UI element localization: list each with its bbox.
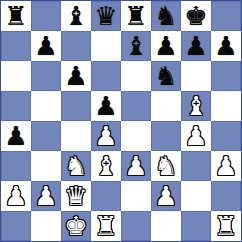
square-b3[interactable] xyxy=(31,151,61,181)
black-pawn-icon: ♟ xyxy=(64,61,87,91)
square-a2[interactable]: ♟ xyxy=(1,181,31,211)
square-g1[interactable] xyxy=(181,211,211,241)
black-pawn-icon: ♟ xyxy=(184,31,207,61)
square-e8[interactable]: ♜ xyxy=(121,1,151,31)
square-a8[interactable]: ♜ xyxy=(1,1,31,31)
square-e2[interactable] xyxy=(121,181,151,211)
square-d3[interactable]: ♝ xyxy=(91,151,121,181)
square-c2[interactable]: ♛ xyxy=(61,181,91,211)
square-b4[interactable] xyxy=(31,121,61,151)
white-knight-icon: ♞ xyxy=(154,151,177,181)
white-king-icon: ♚ xyxy=(64,211,87,241)
square-f1[interactable] xyxy=(151,211,181,241)
square-h7[interactable]: ♟ xyxy=(211,31,241,61)
square-c6[interactable]: ♟ xyxy=(61,61,91,91)
square-e6[interactable] xyxy=(121,61,151,91)
square-a3[interactable] xyxy=(1,151,31,181)
white-pawn-icon: ♟ xyxy=(184,121,207,151)
square-a6[interactable] xyxy=(1,61,31,91)
square-h8[interactable] xyxy=(211,1,241,31)
white-pawn-icon: ♟ xyxy=(124,151,147,181)
square-e4[interactable] xyxy=(121,121,151,151)
square-h3[interactable]: ♟ xyxy=(211,151,241,181)
square-f5[interactable] xyxy=(151,91,181,121)
square-g2[interactable] xyxy=(181,181,211,211)
square-g7[interactable]: ♟ xyxy=(181,31,211,61)
square-e7[interactable]: ♝ xyxy=(121,31,151,61)
white-pawn-icon: ♟ xyxy=(154,181,177,211)
square-h2[interactable] xyxy=(211,181,241,211)
square-c5[interactable] xyxy=(61,91,91,121)
square-g4[interactable]: ♟ xyxy=(181,121,211,151)
square-a7[interactable] xyxy=(1,31,31,61)
square-b7[interactable]: ♟ xyxy=(31,31,61,61)
square-c8[interactable]: ♝ xyxy=(61,1,91,31)
white-bishop-icon: ♝ xyxy=(184,91,207,121)
square-g8[interactable]: ♚ xyxy=(181,1,211,31)
black-bishop-icon: ♝ xyxy=(124,31,147,61)
white-pawn-icon: ♟ xyxy=(94,121,117,151)
white-bishop-icon: ♝ xyxy=(94,151,117,181)
square-b8[interactable] xyxy=(31,1,61,31)
black-bishop-icon: ♝ xyxy=(64,1,87,31)
square-a4[interactable]: ♟ xyxy=(1,121,31,151)
chess-board-container: ♜♝♛♜♞♚♟♝♟♟♟♟♞♟♝♟♟♟♞♝♟♞♟♟♟♛♟♚♜♜ xyxy=(0,0,242,242)
chess-board: ♜♝♛♜♞♚♟♝♟♟♟♟♞♟♝♟♟♟♞♝♟♞♟♟♟♛♟♚♜♜ xyxy=(0,0,242,242)
square-c3[interactable]: ♞ xyxy=(61,151,91,181)
black-pawn-icon: ♟ xyxy=(4,121,27,151)
square-h5[interactable] xyxy=(211,91,241,121)
square-b1[interactable] xyxy=(31,211,61,241)
white-pawn-icon: ♟ xyxy=(34,181,57,211)
white-queen-icon: ♛ xyxy=(64,181,87,211)
square-d5[interactable]: ♟ xyxy=(91,91,121,121)
square-d6[interactable] xyxy=(91,61,121,91)
square-e5[interactable] xyxy=(121,91,151,121)
white-knight-icon: ♞ xyxy=(64,151,87,181)
square-d8[interactable]: ♛ xyxy=(91,1,121,31)
black-knight-icon: ♞ xyxy=(154,1,177,31)
square-g5[interactable]: ♝ xyxy=(181,91,211,121)
square-b2[interactable]: ♟ xyxy=(31,181,61,211)
square-d7[interactable] xyxy=(91,31,121,61)
black-queen-icon: ♛ xyxy=(94,1,117,31)
square-f6[interactable]: ♞ xyxy=(151,61,181,91)
square-f8[interactable]: ♞ xyxy=(151,1,181,31)
square-d4[interactable]: ♟ xyxy=(91,121,121,151)
square-c7[interactable] xyxy=(61,31,91,61)
square-e1[interactable] xyxy=(121,211,151,241)
square-f4[interactable] xyxy=(151,121,181,151)
black-pawn-icon: ♟ xyxy=(94,91,117,121)
square-b5[interactable] xyxy=(31,91,61,121)
white-pawn-icon: ♟ xyxy=(4,181,27,211)
square-h1[interactable]: ♜ xyxy=(211,211,241,241)
black-king-icon: ♚ xyxy=(184,1,207,31)
white-pawn-icon: ♟ xyxy=(214,151,237,181)
square-a1[interactable] xyxy=(1,211,31,241)
black-pawn-icon: ♟ xyxy=(154,31,177,61)
square-f2[interactable]: ♟ xyxy=(151,181,181,211)
white-rook-icon: ♜ xyxy=(214,211,237,241)
square-b6[interactable] xyxy=(31,61,61,91)
white-rook-icon: ♜ xyxy=(94,211,117,241)
black-rook-icon: ♜ xyxy=(4,1,27,31)
black-knight-icon: ♞ xyxy=(154,61,177,91)
square-a5[interactable] xyxy=(1,91,31,121)
square-e3[interactable]: ♟ xyxy=(121,151,151,181)
square-g3[interactable] xyxy=(181,151,211,181)
square-h6[interactable] xyxy=(211,61,241,91)
square-d1[interactable]: ♜ xyxy=(91,211,121,241)
black-pawn-icon: ♟ xyxy=(214,31,237,61)
square-h4[interactable] xyxy=(211,121,241,151)
square-d2[interactable] xyxy=(91,181,121,211)
square-f3[interactable]: ♞ xyxy=(151,151,181,181)
square-c1[interactable]: ♚ xyxy=(61,211,91,241)
square-c4[interactable] xyxy=(61,121,91,151)
square-g6[interactable] xyxy=(181,61,211,91)
black-pawn-icon: ♟ xyxy=(34,31,57,61)
square-f7[interactable]: ♟ xyxy=(151,31,181,61)
black-rook-icon: ♜ xyxy=(124,1,147,31)
